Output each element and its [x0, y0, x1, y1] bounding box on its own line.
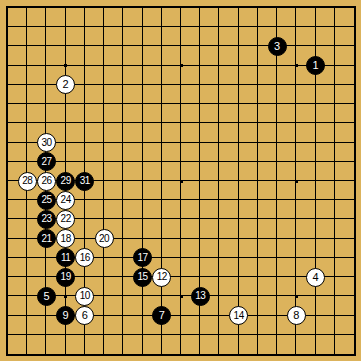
board-cell	[335, 66, 354, 85]
board-cell	[85, 123, 104, 142]
board-cell	[181, 27, 200, 46]
board-cell	[104, 8, 123, 27]
board-cell	[123, 316, 142, 335]
board-cell	[316, 104, 335, 123]
move-number: 17	[137, 253, 147, 263]
board-cell	[258, 85, 277, 104]
move-number: 7	[159, 310, 165, 321]
board-cell	[27, 8, 46, 27]
board-cell	[335, 200, 354, 219]
stone-13-black-L4[interactable]: 13	[191, 287, 210, 306]
board-cell	[316, 181, 335, 200]
board-cell	[8, 316, 27, 335]
board-cell	[46, 46, 65, 65]
board-cell	[258, 258, 277, 277]
move-number: 19	[61, 272, 71, 282]
board-cell	[277, 162, 296, 181]
board-cell	[219, 85, 238, 104]
board-cell	[296, 123, 315, 142]
board-cell	[335, 296, 354, 315]
board-cell	[239, 200, 258, 219]
board-cell	[200, 123, 219, 142]
board-cell	[239, 143, 258, 162]
board-cell	[277, 181, 296, 200]
board-cell	[143, 46, 162, 65]
board-cell	[181, 85, 200, 104]
move-number: 10	[80, 291, 90, 301]
board-cell	[316, 316, 335, 335]
board-cell	[219, 277, 238, 296]
board-cell	[335, 85, 354, 104]
stone-26-white-C10[interactable]: 26	[37, 172, 56, 191]
board-cell	[335, 104, 354, 123]
board-cell	[296, 27, 315, 46]
stone-20-white-F7[interactable]: 20	[95, 229, 114, 248]
board-cell	[239, 123, 258, 142]
board-cell	[316, 8, 335, 27]
board-cell	[104, 296, 123, 315]
stone-8-white-Q3[interactable]: 8	[287, 306, 306, 325]
board-cell	[277, 66, 296, 85]
board-cell	[162, 104, 181, 123]
move-number: 24	[61, 195, 71, 205]
board-cell	[239, 277, 258, 296]
board-cell	[143, 219, 162, 238]
board-cell	[277, 200, 296, 219]
board-cell	[27, 316, 46, 335]
move-number: 13	[195, 291, 205, 301]
move-number: 21	[41, 234, 51, 244]
board-cell	[219, 66, 238, 85]
board-cell	[219, 143, 238, 162]
move-number: 1	[312, 60, 318, 71]
board-cell	[104, 335, 123, 354]
board-cell	[239, 239, 258, 258]
board-cell	[8, 104, 27, 123]
board-cell	[162, 8, 181, 27]
star-point	[180, 64, 183, 67]
board-cell	[143, 85, 162, 104]
board-cell	[316, 27, 335, 46]
board-cell	[296, 335, 315, 354]
board-cell	[8, 296, 27, 315]
board-cell	[258, 66, 277, 85]
board-cell	[258, 104, 277, 123]
board-cell	[8, 66, 27, 85]
board-cell	[46, 104, 65, 123]
board-cell	[316, 239, 335, 258]
board-cell	[181, 66, 200, 85]
board-cell	[239, 46, 258, 65]
board-cell	[143, 200, 162, 219]
board-cell	[104, 258, 123, 277]
move-number: 4	[312, 272, 318, 283]
move-number: 14	[234, 311, 244, 321]
board-cell	[8, 258, 27, 277]
board-cell	[46, 8, 65, 27]
board-cell	[296, 104, 315, 123]
board-cell	[258, 335, 277, 354]
board-cell	[219, 27, 238, 46]
board-cell	[27, 66, 46, 85]
board-cell	[162, 66, 181, 85]
board-cell	[143, 104, 162, 123]
board-cell	[123, 123, 142, 142]
stone-4-white-R5[interactable]: 4	[306, 268, 325, 287]
board-cell	[66, 123, 85, 142]
board-cell	[8, 85, 27, 104]
board-cell	[219, 46, 238, 65]
board-cell	[8, 27, 27, 46]
board-cell	[296, 200, 315, 219]
board-cell	[46, 27, 65, 46]
board-cell	[143, 335, 162, 354]
board-cell	[162, 239, 181, 258]
board-cell	[8, 200, 27, 219]
board-cell	[143, 123, 162, 142]
board-cell	[200, 219, 219, 238]
move-number: 30	[41, 138, 51, 148]
stone-22-white-D8[interactable]: 22	[56, 210, 75, 229]
board-cell	[200, 143, 219, 162]
board-cell	[104, 27, 123, 46]
board-cell	[200, 335, 219, 354]
board-cell	[296, 219, 315, 238]
board-cell	[335, 143, 354, 162]
board-cell	[335, 219, 354, 238]
board-cell	[200, 258, 219, 277]
board-cell	[85, 85, 104, 104]
board-cell	[181, 239, 200, 258]
board-cell	[123, 27, 142, 46]
board-cell	[181, 258, 200, 277]
board-cell	[85, 46, 104, 65]
board-cell	[162, 46, 181, 65]
board-cell	[181, 123, 200, 142]
board-cell	[200, 46, 219, 65]
board-cell	[239, 181, 258, 200]
stone-23-black-C8[interactable]: 23	[37, 210, 56, 229]
move-number: 31	[80, 176, 90, 186]
board-cell	[104, 104, 123, 123]
board-cell	[162, 123, 181, 142]
board-cell	[219, 219, 238, 238]
board-cell	[277, 219, 296, 238]
board-cell	[258, 296, 277, 315]
board-cell	[200, 104, 219, 123]
board-cell	[85, 143, 104, 162]
board-cell	[143, 162, 162, 181]
board-cell	[104, 123, 123, 142]
board-cell	[8, 123, 27, 142]
go-board: 1234567891011121314151617181920212223242…	[0, 0, 361, 361]
board-cell	[123, 219, 142, 238]
move-number: 28	[22, 176, 32, 186]
board-cell	[335, 258, 354, 277]
board-cell	[258, 123, 277, 142]
board-cell	[219, 181, 238, 200]
board-cell	[181, 104, 200, 123]
move-number: 29	[61, 176, 71, 186]
board-cell	[200, 181, 219, 200]
board-cell	[123, 8, 142, 27]
board-cell	[219, 104, 238, 123]
stone-25-black-C9[interactable]: 25	[37, 191, 56, 210]
board-cell	[335, 46, 354, 65]
board-cell	[123, 46, 142, 65]
board-cell	[277, 258, 296, 277]
board-cell	[200, 239, 219, 258]
board-cell	[258, 8, 277, 27]
board-cell	[181, 8, 200, 27]
board-cell	[27, 104, 46, 123]
board-cell	[316, 335, 335, 354]
board-cell	[181, 181, 200, 200]
board-cell	[239, 66, 258, 85]
board-cell	[66, 46, 85, 65]
board-cell	[181, 316, 200, 335]
move-number: 15	[137, 272, 147, 282]
board-cell	[258, 239, 277, 258]
move-number: 23	[41, 214, 51, 224]
board-cell	[8, 46, 27, 65]
board-cell	[104, 85, 123, 104]
board-cell	[258, 181, 277, 200]
board-cell	[104, 316, 123, 335]
board-cell	[200, 200, 219, 219]
board-cell	[143, 8, 162, 27]
board-cell	[27, 85, 46, 104]
board-cell	[335, 123, 354, 142]
board-cell	[8, 335, 27, 354]
board-cell	[27, 335, 46, 354]
board-cell	[181, 143, 200, 162]
board-cell	[123, 162, 142, 181]
board-cell	[316, 123, 335, 142]
stone-28-white-B10[interactable]: 28	[18, 172, 37, 191]
board-cell	[85, 200, 104, 219]
stone-15-black-H5[interactable]: 15	[133, 268, 152, 287]
board-cell	[123, 200, 142, 219]
board-cell	[85, 104, 104, 123]
board-cell	[219, 162, 238, 181]
board-cell	[143, 66, 162, 85]
board-cell	[181, 162, 200, 181]
board-cell	[181, 200, 200, 219]
star-point	[64, 295, 67, 298]
move-number: 6	[82, 310, 88, 321]
star-point	[64, 64, 67, 67]
board-cell	[316, 162, 335, 181]
star-point	[180, 295, 183, 298]
board-cell	[296, 8, 315, 27]
board-cell	[181, 335, 200, 354]
board-cell	[335, 27, 354, 46]
board-cell	[8, 239, 27, 258]
board-cell	[181, 46, 200, 65]
stone-3-black-O17[interactable]: 3	[268, 37, 287, 56]
board-cell	[200, 162, 219, 181]
move-number: 5	[43, 291, 49, 302]
board-cell	[8, 143, 27, 162]
board-cell	[66, 27, 85, 46]
board-cell	[335, 162, 354, 181]
board-cell	[85, 8, 104, 27]
move-number: 22	[61, 214, 71, 224]
board-cell	[85, 27, 104, 46]
board-cell	[8, 277, 27, 296]
board-cell	[162, 181, 181, 200]
move-number: 2	[63, 79, 69, 90]
board-cell	[277, 143, 296, 162]
board-cell	[162, 27, 181, 46]
move-number: 8	[293, 310, 299, 321]
board-cell	[335, 335, 354, 354]
board-cell	[200, 316, 219, 335]
board-cell	[316, 200, 335, 219]
move-number: 9	[63, 310, 69, 321]
board-cell	[258, 316, 277, 335]
board-cell	[296, 162, 315, 181]
move-number: 11	[61, 253, 70, 263]
board-cell	[162, 219, 181, 238]
board-cell	[27, 27, 46, 46]
board-cell	[27, 46, 46, 65]
board-cell	[277, 239, 296, 258]
move-number: 12	[157, 272, 167, 282]
board-cell	[258, 200, 277, 219]
board-cell	[85, 66, 104, 85]
move-number: 18	[61, 234, 71, 244]
board-cell	[239, 335, 258, 354]
board-cell	[277, 8, 296, 27]
board-cell	[316, 143, 335, 162]
board-cell	[66, 104, 85, 123]
board-cell	[66, 8, 85, 27]
board-cell	[258, 162, 277, 181]
board-cell	[123, 335, 142, 354]
board-cell	[200, 8, 219, 27]
board-cell	[162, 143, 181, 162]
stone-5-black-C4[interactable]: 5	[37, 287, 56, 306]
board-cell	[239, 219, 258, 238]
board-cell	[143, 143, 162, 162]
board-cell	[239, 27, 258, 46]
board-cell	[316, 219, 335, 238]
board-cell	[162, 85, 181, 104]
board-cell	[316, 85, 335, 104]
board-cell	[143, 181, 162, 200]
board-cell	[162, 335, 181, 354]
board-cell	[123, 85, 142, 104]
board-cell	[335, 277, 354, 296]
board-cell	[296, 239, 315, 258]
board-cell	[162, 162, 181, 181]
stone-12-white-J5[interactable]: 12	[152, 268, 171, 287]
board-cell	[181, 219, 200, 238]
board-cell	[335, 181, 354, 200]
board-cell	[239, 85, 258, 104]
move-number: 3	[274, 41, 280, 52]
board-cell	[219, 200, 238, 219]
board-cell	[219, 123, 238, 142]
star-point	[295, 64, 298, 67]
board-cell	[104, 200, 123, 219]
board-cell	[296, 85, 315, 104]
board-cell	[258, 219, 277, 238]
board-cell	[219, 335, 238, 354]
board-cell	[27, 258, 46, 277]
board-cell	[239, 162, 258, 181]
board-cell	[239, 104, 258, 123]
board-cell	[239, 258, 258, 277]
star-point	[295, 180, 298, 183]
board-cell	[123, 66, 142, 85]
move-number: 20	[99, 234, 109, 244]
move-number: 16	[80, 253, 90, 263]
star-point	[180, 180, 183, 183]
board-cell	[239, 8, 258, 27]
board-cell	[104, 162, 123, 181]
board-cell	[162, 200, 181, 219]
stone-24-white-D9[interactable]: 24	[56, 191, 75, 210]
board-cell	[123, 143, 142, 162]
board-cell	[200, 85, 219, 104]
move-number: 27	[41, 157, 51, 167]
board-cell	[104, 277, 123, 296]
board-cell	[277, 335, 296, 354]
board-cell	[277, 85, 296, 104]
stone-30-white-C12[interactable]: 30	[37, 133, 56, 152]
stone-19-black-D5[interactable]: 19	[56, 268, 75, 287]
stone-31-black-E10[interactable]: 31	[75, 172, 94, 191]
move-number: 26	[41, 176, 51, 186]
board-cell	[200, 27, 219, 46]
board-cell	[143, 27, 162, 46]
board-cell	[8, 219, 27, 238]
board-cell	[335, 8, 354, 27]
board-cell	[104, 46, 123, 65]
stone-29-black-D10[interactable]: 29	[56, 172, 75, 191]
board-cell	[258, 143, 277, 162]
stone-21-black-C7[interactable]: 21	[37, 229, 56, 248]
board-cell	[335, 316, 354, 335]
star-point	[295, 295, 298, 298]
board-cell	[277, 104, 296, 123]
board-cell	[335, 239, 354, 258]
move-number: 25	[41, 195, 51, 205]
board-cell	[46, 335, 65, 354]
board-cell	[258, 277, 277, 296]
board-cell	[104, 66, 123, 85]
board-cell	[8, 8, 27, 27]
board-cell	[85, 335, 104, 354]
board-cell	[219, 8, 238, 27]
board-cell	[277, 123, 296, 142]
board-cell	[104, 143, 123, 162]
board-cell	[66, 143, 85, 162]
board-cell	[277, 277, 296, 296]
board-cell	[296, 181, 315, 200]
board-cell	[104, 181, 123, 200]
board-cell	[200, 66, 219, 85]
board-cell	[123, 181, 142, 200]
board-cell	[66, 335, 85, 354]
board-cell	[219, 239, 238, 258]
board-cell	[219, 258, 238, 277]
board-cell	[123, 104, 142, 123]
board-cell	[296, 143, 315, 162]
